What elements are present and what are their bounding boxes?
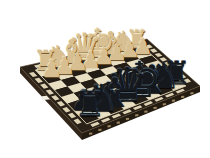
side-ornament-fleck xyxy=(135,114,138,116)
side-ornament-fleck xyxy=(163,103,166,105)
chess-board xyxy=(0,0,210,158)
side-ornament-fleck xyxy=(172,99,175,101)
side-ornament-fleck xyxy=(144,110,147,112)
side-ornament-fleck xyxy=(126,118,129,120)
side-ornament-fleck xyxy=(181,96,184,98)
chess-set-photo: ♜♞♝♛♚♝♞♜♟♟♟♟♟♟♟♟♟♟♟♟♟♟♟♟♜♞♝♛♚♝♞♜ xyxy=(0,0,210,158)
side-ornament-fleck xyxy=(108,125,111,127)
side-ornament-fleck xyxy=(190,92,193,94)
side-ornament-fleck xyxy=(89,132,92,134)
side-ornament-fleck xyxy=(154,107,157,109)
side-ornament-fleck xyxy=(117,121,120,123)
side-ornament-fleck xyxy=(98,129,101,131)
